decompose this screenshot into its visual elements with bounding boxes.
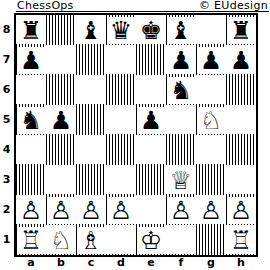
square-d2: ♙	[106, 195, 136, 225]
square-g3	[196, 165, 226, 195]
square-b8	[46, 15, 76, 45]
square-g8	[196, 15, 226, 45]
rank-label-7: 7	[0, 45, 13, 75]
square-h5	[226, 105, 256, 135]
square-b3	[46, 165, 76, 195]
rank-label-3: 3	[0, 165, 13, 195]
file-label-a: a	[16, 257, 46, 270]
square-h7: ♟	[226, 45, 256, 75]
chess-board: ♜♝♛♚♝♜♟♟♟♟♞♞♟♟♘♕♙♙♙♙♙♙♙♖♘♗♔♖	[14, 13, 258, 257]
square-a2: ♙	[16, 195, 46, 225]
piece-white-pawn-f2: ♙	[168, 197, 194, 224]
square-a6	[16, 75, 46, 105]
square-a1: ♖	[16, 225, 46, 255]
file-label-b: b	[46, 257, 76, 270]
square-a7: ♟	[16, 45, 46, 75]
piece-black-pawn-e5: ♟	[138, 107, 164, 134]
rank-label-4: 4	[0, 135, 13, 165]
piece-white-pawn-b2: ♙	[48, 197, 74, 224]
rank-label-5: 5	[0, 105, 13, 135]
square-f1	[166, 225, 196, 255]
file-label-h: h	[226, 257, 256, 270]
square-g2: ♙	[196, 195, 226, 225]
header-rule	[16, 11, 269, 12]
square-d6	[106, 75, 136, 105]
piece-black-rook-h8: ♜	[228, 17, 254, 44]
square-b7	[46, 45, 76, 75]
piece-white-pawn-c2: ♙	[78, 197, 104, 224]
square-c3	[76, 165, 106, 195]
square-a8: ♜	[16, 15, 46, 45]
file-label-c: c	[76, 257, 106, 270]
square-h2: ♙	[226, 195, 256, 225]
square-b6	[46, 75, 76, 105]
square-f2: ♙	[166, 195, 196, 225]
rank-label-6: 6	[0, 75, 13, 105]
square-g5: ♘	[196, 105, 226, 135]
file-label-g: g	[196, 257, 226, 270]
square-e6	[136, 75, 166, 105]
square-h1: ♖	[226, 225, 256, 255]
square-e5: ♟	[136, 105, 166, 135]
rank-label-2: 2	[0, 195, 13, 225]
square-f4	[166, 135, 196, 165]
square-a5: ♞	[16, 105, 46, 135]
piece-black-bishop-f8: ♝	[168, 17, 194, 44]
square-c2: ♙	[76, 195, 106, 225]
square-b5: ♟	[46, 105, 76, 135]
square-f3: ♕	[166, 165, 196, 195]
square-b2: ♙	[46, 195, 76, 225]
square-h3	[226, 165, 256, 195]
square-e4	[136, 135, 166, 165]
square-f5	[166, 105, 196, 135]
square-a3	[16, 165, 46, 195]
square-a4	[16, 135, 46, 165]
chessops-diagram-page: { "header": { "app_title": "ChessOps", "…	[0, 0, 270, 270]
board-grid: ♜♝♛♚♝♜♟♟♟♟♞♞♟♟♘♕♙♙♙♙♙♙♙♖♘♗♔♖	[16, 15, 256, 255]
file-label-d: d	[106, 257, 136, 270]
square-g4	[196, 135, 226, 165]
piece-white-knight-b1: ♘	[48, 227, 74, 254]
square-g1	[196, 225, 226, 255]
file-label-e: e	[136, 257, 166, 270]
piece-black-knight-a5: ♞	[18, 107, 44, 134]
piece-white-rook-a1: ♖	[18, 227, 44, 254]
piece-white-bishop-c1: ♗	[78, 227, 104, 254]
square-d7	[106, 45, 136, 75]
square-e2	[136, 195, 166, 225]
piece-white-rook-h1: ♖	[228, 227, 254, 254]
square-c4	[76, 135, 106, 165]
square-e7	[136, 45, 166, 75]
square-e8: ♚	[136, 15, 166, 45]
piece-white-knight-g5: ♘	[198, 107, 224, 134]
piece-black-pawn-g7: ♟	[198, 47, 224, 74]
square-d5	[106, 105, 136, 135]
piece-white-pawn-a2: ♙	[18, 197, 44, 224]
square-f7: ♟	[166, 45, 196, 75]
piece-white-pawn-h2: ♙	[228, 197, 254, 224]
piece-black-rook-a8: ♜	[18, 17, 44, 44]
piece-black-pawn-a7: ♟	[18, 47, 44, 74]
square-c7	[76, 45, 106, 75]
square-h4	[226, 135, 256, 165]
square-c8: ♝	[76, 15, 106, 45]
piece-black-queen-d8: ♛	[108, 17, 134, 44]
piece-black-pawn-b5: ♟	[48, 107, 74, 134]
square-h6	[226, 75, 256, 105]
piece-white-pawn-d2: ♙	[108, 197, 134, 224]
square-c5	[76, 105, 106, 135]
rank-label-1: 1	[0, 225, 13, 255]
piece-black-pawn-f7: ♟	[168, 47, 194, 74]
square-c1: ♗	[76, 225, 106, 255]
piece-white-queen-f3: ♕	[168, 167, 194, 194]
piece-white-king-e1: ♔	[138, 227, 164, 254]
square-b1: ♘	[46, 225, 76, 255]
square-g6	[196, 75, 226, 105]
piece-black-king-e8: ♚	[138, 17, 164, 44]
square-f8: ♝	[166, 15, 196, 45]
file-label-f: f	[166, 257, 196, 270]
square-e1: ♔	[136, 225, 166, 255]
square-d1	[106, 225, 136, 255]
piece-white-pawn-g2: ♙	[198, 197, 224, 224]
piece-black-bishop-c8: ♝	[78, 17, 104, 44]
square-e3	[136, 165, 166, 195]
square-f6: ♞	[166, 75, 196, 105]
square-d4	[106, 135, 136, 165]
square-d8: ♛	[106, 15, 136, 45]
square-g7: ♟	[196, 45, 226, 75]
piece-black-knight-f6: ♞	[168, 77, 194, 104]
piece-black-pawn-h7: ♟	[228, 47, 254, 74]
rank-label-8: 8	[0, 15, 13, 45]
square-c6	[76, 75, 106, 105]
square-d3	[106, 165, 136, 195]
square-b4	[46, 135, 76, 165]
square-h8: ♜	[226, 15, 256, 45]
